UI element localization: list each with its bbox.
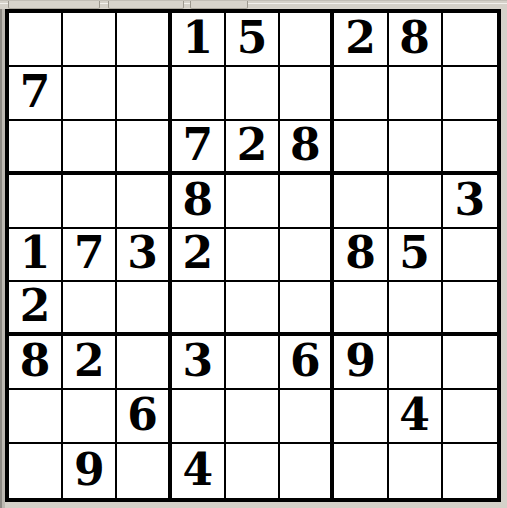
sudoku-board: 15287728831732852823696494 [5,9,501,502]
given-digit: 7 [182,123,213,167]
cell-r6c2[interactable] [63,282,117,336]
cell-r5c6[interactable] [280,229,334,283]
cell-r3c6[interactable]: 8 [280,121,334,175]
cell-r2c4[interactable] [172,67,226,121]
given-digit: 3 [182,339,213,383]
cell-r9c6[interactable] [280,444,334,498]
toolbar-button-fragment [8,1,100,9]
sudoku-grid: 15287728831732852823696494 [9,13,497,498]
cell-r3c4[interactable]: 7 [172,121,226,175]
cell-r6c5[interactable] [226,282,280,336]
given-digit: 7 [74,231,105,275]
cell-r1c4[interactable]: 1 [172,13,226,67]
cell-r3c3[interactable] [117,121,171,175]
cell-r1c3[interactable] [117,13,171,67]
cell-r6c7[interactable] [334,282,388,336]
cell-r6c3[interactable] [117,282,171,336]
given-digit: 7 [20,70,51,114]
cell-r6c6[interactable] [280,282,334,336]
given-digit: 5 [237,16,268,60]
cell-r3c7[interactable] [334,121,388,175]
cell-r9c1[interactable] [9,444,63,498]
cell-r5c1[interactable]: 1 [9,229,63,283]
given-digit: 8 [182,178,213,222]
sudoku-window: 15287728831732852823696494 [0,0,507,508]
cell-r9c5[interactable] [226,444,280,498]
cell-r3c5[interactable]: 2 [226,121,280,175]
cell-r6c9[interactable] [443,282,497,336]
cell-r9c3[interactable] [117,444,171,498]
cell-r8c7[interactable] [334,390,388,444]
given-digit: 9 [74,448,105,492]
given-digit: 8 [345,231,376,275]
toolbar-button-fragment [190,1,248,9]
given-digit: 4 [182,448,213,492]
cell-r8c4[interactable] [172,390,226,444]
cell-r6c4[interactable] [172,282,226,336]
cell-r8c2[interactable] [63,390,117,444]
cell-r2c6[interactable] [280,67,334,121]
cell-r4c3[interactable] [117,175,171,229]
cell-r9c9[interactable] [443,444,497,498]
cell-r4c9[interactable]: 3 [443,175,497,229]
given-digit: 1 [20,231,51,275]
cell-r9c4[interactable]: 4 [172,444,226,498]
cell-r2c7[interactable] [334,67,388,121]
cell-r1c1[interactable] [9,13,63,67]
given-digit: 4 [399,393,430,437]
given-digit: 3 [127,231,158,275]
cell-r5c5[interactable] [226,229,280,283]
given-digit: 6 [290,339,321,383]
cell-r1c7[interactable]: 2 [334,13,388,67]
cell-r5c9[interactable] [443,229,497,283]
given-digit: 8 [290,123,321,167]
cell-r2c1[interactable]: 7 [9,67,63,121]
cell-r2c3[interactable] [117,67,171,121]
given-digit: 3 [455,178,486,222]
cell-r2c5[interactable] [226,67,280,121]
cell-r5c7[interactable]: 8 [334,229,388,283]
given-digit: 2 [74,339,105,383]
cell-r7c2[interactable]: 2 [63,336,117,390]
cell-r7c7[interactable]: 9 [334,336,388,390]
cell-r5c4[interactable]: 2 [172,229,226,283]
cell-r3c1[interactable] [9,121,63,175]
cell-r2c9[interactable] [443,67,497,121]
cell-r7c3[interactable] [117,336,171,390]
cell-r8c6[interactable] [280,390,334,444]
toolbar-button-fragment [108,1,184,9]
cell-r5c8[interactable]: 5 [389,229,443,283]
given-digit: 1 [182,16,213,60]
given-digit: 2 [345,16,376,60]
given-digit: 2 [20,284,51,328]
cell-r8c1[interactable] [9,390,63,444]
cell-r4c5[interactable] [226,175,280,229]
cell-r8c9[interactable] [443,390,497,444]
cell-r4c8[interactable] [389,175,443,229]
cell-r7c6[interactable]: 6 [280,336,334,390]
cell-r8c5[interactable] [226,390,280,444]
cell-r7c9[interactable] [443,336,497,390]
given-digit: 2 [237,123,268,167]
cell-r4c6[interactable] [280,175,334,229]
cell-r8c3[interactable]: 6 [117,390,171,444]
cell-r2c2[interactable] [63,67,117,121]
given-digit: 8 [399,16,430,60]
cell-r1c5[interactable]: 5 [226,13,280,67]
cell-r7c5[interactable] [226,336,280,390]
cell-r9c8[interactable] [389,444,443,498]
cell-r5c2[interactable]: 7 [63,229,117,283]
cell-r4c7[interactable] [334,175,388,229]
cell-r3c8[interactable] [389,121,443,175]
cell-r1c8[interactable]: 8 [389,13,443,67]
cell-r4c1[interactable] [9,175,63,229]
cell-r6c8[interactable] [389,282,443,336]
cell-r1c9[interactable] [443,13,497,67]
given-digit: 6 [127,393,158,437]
cell-r3c2[interactable] [63,121,117,175]
cell-r8c8[interactable]: 4 [389,390,443,444]
cell-r1c6[interactable] [280,13,334,67]
cell-r1c2[interactable] [63,13,117,67]
cell-r7c8[interactable] [389,336,443,390]
cell-r7c1[interactable]: 8 [9,336,63,390]
cell-r9c7[interactable] [334,444,388,498]
cell-r2c8[interactable] [389,67,443,121]
cell-r6c1[interactable]: 2 [9,282,63,336]
given-digit: 5 [399,231,430,275]
cell-r4c2[interactable] [63,175,117,229]
cell-r5c3[interactable]: 3 [117,229,171,283]
cell-r9c2[interactable]: 9 [63,444,117,498]
given-digit: 8 [20,339,51,383]
cell-r4c4[interactable]: 8 [172,175,226,229]
cell-r7c4[interactable]: 3 [172,336,226,390]
given-digit: 9 [345,339,376,383]
given-digit: 2 [182,231,213,275]
cell-r3c9[interactable] [443,121,497,175]
